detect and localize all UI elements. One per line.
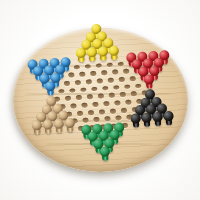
peg-head xyxy=(52,119,63,130)
board-hole xyxy=(112,70,119,75)
board-hole xyxy=(90,71,97,76)
peg-natural-wood[interactable] xyxy=(42,119,53,134)
board-hole xyxy=(125,99,132,104)
board-hole xyxy=(123,69,130,74)
board-hole xyxy=(86,95,93,100)
peg-head xyxy=(31,120,42,131)
peg-head xyxy=(75,48,86,59)
peg-head xyxy=(97,46,108,57)
board-hole xyxy=(76,111,83,116)
board-hole xyxy=(87,110,94,115)
peg-natural-wood[interactable] xyxy=(31,120,42,135)
board-hole xyxy=(70,103,77,108)
peg-green[interactable] xyxy=(99,146,110,161)
board-hole xyxy=(113,85,120,90)
board-hole xyxy=(68,73,75,78)
board-hole xyxy=(129,76,136,81)
peg-red[interactable] xyxy=(143,74,154,89)
board-hole xyxy=(91,86,98,91)
board-hole xyxy=(96,78,103,83)
board-hole xyxy=(82,118,89,123)
peg-head xyxy=(86,47,97,58)
board-hole xyxy=(58,89,65,94)
board-hole xyxy=(118,77,125,82)
peg-yellow[interactable] xyxy=(108,45,119,60)
board-hole xyxy=(101,70,108,75)
peg-head xyxy=(143,74,154,85)
hole-r12-i11[interactable] xyxy=(151,119,163,127)
photo-scene xyxy=(0,0,200,200)
peg-head xyxy=(42,119,53,130)
board-hole xyxy=(85,79,92,84)
board-hole xyxy=(124,84,131,89)
board-hole xyxy=(92,102,99,107)
board-hole xyxy=(103,101,110,106)
peg-yellow[interactable] xyxy=(97,46,108,61)
hole-r12-i1[interactable] xyxy=(42,127,54,135)
board-hole xyxy=(120,108,127,113)
board-hole xyxy=(115,116,122,121)
board-hole xyxy=(135,83,142,88)
board-hole xyxy=(104,116,111,121)
hole-r12-i12[interactable] xyxy=(162,118,174,126)
board-hole xyxy=(75,95,82,100)
board-hole xyxy=(63,81,70,86)
peg-grid xyxy=(24,26,176,167)
board-hole xyxy=(73,65,80,70)
hole-r12-i3[interactable] xyxy=(63,125,75,133)
board-hole xyxy=(79,72,86,77)
peg-head xyxy=(99,146,110,157)
board-hole xyxy=(98,109,105,114)
hole-r12-i9[interactable] xyxy=(129,120,141,128)
peg-blue[interactable] xyxy=(44,81,55,96)
board-hole xyxy=(114,100,121,105)
peg-head xyxy=(44,81,55,92)
peg-natural-wood[interactable] xyxy=(63,118,74,133)
peg-black[interactable] xyxy=(151,112,162,127)
hole-r12-i0[interactable] xyxy=(31,127,43,135)
board-hole xyxy=(81,103,88,108)
peg-black[interactable] xyxy=(162,111,173,126)
board-hole xyxy=(93,117,100,122)
peg-black[interactable] xyxy=(129,113,140,128)
board-hole xyxy=(95,63,102,68)
board-hole xyxy=(106,62,113,67)
hole-r16-i0[interactable] xyxy=(99,153,111,161)
peg-head xyxy=(140,112,151,123)
board-hole xyxy=(119,92,126,97)
board-hole xyxy=(84,64,91,69)
peg-yellow[interactable] xyxy=(86,47,97,62)
peg-black[interactable] xyxy=(140,112,151,127)
peg-yellow[interactable] xyxy=(75,48,86,63)
board-hole xyxy=(130,91,137,96)
peg-head xyxy=(63,118,74,129)
board-hole xyxy=(107,78,114,83)
board-hole xyxy=(109,108,116,113)
board-hole xyxy=(74,80,81,85)
peg-head xyxy=(129,113,140,124)
peg-head xyxy=(151,112,162,123)
board-hole xyxy=(69,88,76,93)
board-hole xyxy=(80,87,87,92)
board-hole xyxy=(117,62,124,67)
board-hole xyxy=(97,94,104,99)
hole-r12-i2[interactable] xyxy=(52,126,64,134)
board-hole xyxy=(108,93,115,98)
peg-natural-wood[interactable] xyxy=(52,119,63,134)
peg-head xyxy=(162,111,173,122)
board-hole xyxy=(64,96,71,101)
peg-head xyxy=(108,45,119,56)
board-hole xyxy=(102,86,109,91)
hole-r12-i10[interactable] xyxy=(140,120,152,128)
